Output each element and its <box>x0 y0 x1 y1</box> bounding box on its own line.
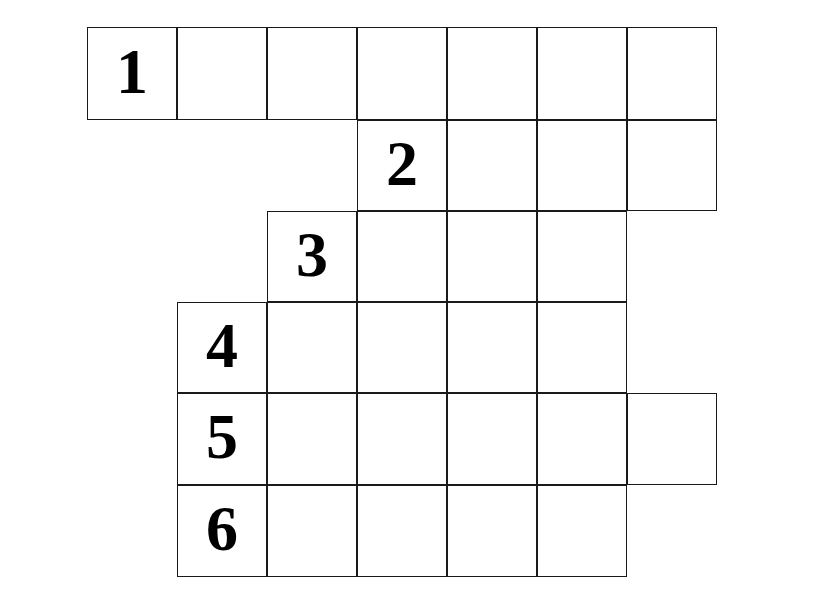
grid-cell-r1c3[interactable] <box>267 27 357 120</box>
grid-cell-r1c7[interactable] <box>627 27 717 120</box>
grid-cell-r6c4[interactable] <box>357 485 447 577</box>
grid-cell-r3c4[interactable] <box>357 211 447 302</box>
clue-number-6: 6 <box>206 497 238 561</box>
grid-cell-r4c6[interactable] <box>537 302 627 393</box>
grid-cell-r4c2[interactable]: 4 <box>177 302 267 393</box>
clue-number-1: 1 <box>116 40 148 104</box>
grid-cell-r1c5[interactable] <box>447 27 537 120</box>
grid-cell-r6c6[interactable] <box>537 485 627 577</box>
grid-cell-r5c2[interactable]: 5 <box>177 393 267 485</box>
grid-cell-r2c5[interactable] <box>447 120 537 211</box>
grid-cell-r4c4[interactable] <box>357 302 447 393</box>
grid-cell-r5c4[interactable] <box>357 393 447 485</box>
clue-number-5: 5 <box>206 405 238 469</box>
grid-cell-r6c3[interactable] <box>267 485 357 577</box>
clue-number-3: 3 <box>296 223 328 287</box>
grid-cell-r5c5[interactable] <box>447 393 537 485</box>
clue-number-4: 4 <box>206 314 238 378</box>
grid-cell-r1c6[interactable] <box>537 27 627 120</box>
grid-cell-r3c3[interactable]: 3 <box>267 211 357 302</box>
grid-cell-r4c3[interactable] <box>267 302 357 393</box>
grid-cell-r2c4[interactable]: 2 <box>357 120 447 211</box>
clue-number-2: 2 <box>386 132 418 196</box>
grid-cell-r1c1[interactable]: 1 <box>87 27 177 120</box>
grid-cell-r2c6[interactable] <box>537 120 627 211</box>
grid-cell-r5c6[interactable] <box>537 393 627 485</box>
grid-cell-r2c7[interactable] <box>627 120 717 211</box>
grid-cell-r4c5[interactable] <box>447 302 537 393</box>
grid-cell-r5c7[interactable] <box>627 393 717 485</box>
crossword-grid: 123456 <box>87 27 717 577</box>
puzzle-page: 123456 <box>0 0 816 613</box>
grid-cell-r5c3[interactable] <box>267 393 357 485</box>
grid-cell-r1c4[interactable] <box>357 27 447 120</box>
grid-cell-r3c6[interactable] <box>537 211 627 302</box>
grid-cell-r3c5[interactable] <box>447 211 537 302</box>
grid-cell-r6c5[interactable] <box>447 485 537 577</box>
grid-cell-r1c2[interactable] <box>177 27 267 120</box>
grid-cell-r6c2[interactable]: 6 <box>177 485 267 577</box>
